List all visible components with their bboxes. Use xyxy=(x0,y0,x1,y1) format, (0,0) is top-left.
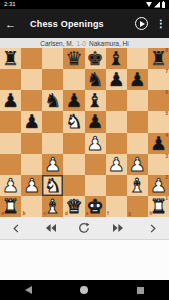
square-h4[interactable]: ♟4 xyxy=(148,133,169,154)
previous-move-button[interactable] xyxy=(0,217,34,239)
file-label-g: g xyxy=(128,212,131,217)
white-player-name: Carlsen, M. xyxy=(40,40,73,47)
square-e1[interactable]: ♚e xyxy=(85,196,106,217)
square-e7[interactable]: ♞ xyxy=(85,69,106,90)
square-c3[interactable]: ♟ xyxy=(42,154,63,175)
square-e8[interactable]: ♚ xyxy=(85,48,106,69)
piece-black-knight: ♞ xyxy=(87,70,104,89)
square-b3[interactable] xyxy=(21,154,42,175)
recents-square-icon xyxy=(137,287,144,294)
square-a3[interactable] xyxy=(0,154,21,175)
battery-icon xyxy=(162,2,165,8)
square-b6[interactable] xyxy=(21,90,42,111)
square-h8[interactable]: ♜8 xyxy=(148,48,169,69)
file-label-c: c xyxy=(44,212,47,217)
chess-board: ♜♛♚♝♜8♞♟♟7♟♞♟♝6♟♞♟5♟♟4♟♟♟3♟♟♞♝♟2♜ab♝c♛d♚… xyxy=(0,48,169,217)
square-c4[interactable] xyxy=(42,133,63,154)
square-h3[interactable]: 3 xyxy=(148,154,169,175)
square-b1[interactable]: b xyxy=(21,196,42,217)
square-g2[interactable]: ♝ xyxy=(127,175,148,196)
game-header: Carlsen, M. 1-0 Nakamura, Hi xyxy=(0,38,169,48)
square-f3[interactable]: ♟ xyxy=(106,154,127,175)
back-arrow-icon[interactable]: ← xyxy=(5,18,21,30)
status-bar: 2:31 xyxy=(0,0,169,9)
rank-label-7: 7 xyxy=(165,70,168,75)
piece-black-queen: ♛ xyxy=(65,49,82,68)
piece-black-pawn: ♟ xyxy=(129,70,146,89)
square-a7[interactable] xyxy=(0,69,21,90)
square-g5[interactable] xyxy=(127,111,148,132)
square-g7[interactable]: ♟ xyxy=(127,69,148,90)
rank-label-5: 5 xyxy=(165,112,168,117)
piece-black-rook: ♜ xyxy=(150,49,167,68)
piece-black-pawn: ♟ xyxy=(65,91,82,110)
square-d4[interactable] xyxy=(63,133,84,154)
square-c1[interactable]: ♝c xyxy=(42,196,63,217)
square-b5[interactable]: ♟ xyxy=(21,111,42,132)
phone-screen: 2:31 ← Chess Openings ⋮ Carlsen, M. 1-0 … xyxy=(0,0,169,300)
square-h1[interactable]: ♜h1 xyxy=(148,196,169,217)
square-c6[interactable]: ♞ xyxy=(42,90,63,111)
piece-black-pawn: ♟ xyxy=(87,112,104,131)
piece-black-bishop: ♝ xyxy=(87,91,104,110)
square-f7[interactable]: ♟ xyxy=(106,69,127,90)
piece-white-queen: ♛ xyxy=(65,196,82,215)
square-g4[interactable] xyxy=(127,133,148,154)
home-circle-icon xyxy=(80,286,88,294)
square-c2[interactable]: ♞ xyxy=(42,175,63,196)
rank-label-3: 3 xyxy=(165,155,168,160)
rank-label-4: 4 xyxy=(165,134,168,139)
rank-label-1: 1 xyxy=(165,197,168,202)
square-g8[interactable] xyxy=(127,48,148,69)
game-result: 1-0 xyxy=(77,40,86,47)
black-player-name: Nakamura, Hi xyxy=(89,40,129,47)
piece-white-bishop: ♝ xyxy=(44,196,61,215)
rank-label-8: 8 xyxy=(165,49,168,54)
piece-white-rook: ♜ xyxy=(150,196,167,215)
playback-controls xyxy=(0,217,169,240)
square-f5[interactable] xyxy=(106,111,127,132)
android-home-button[interactable] xyxy=(56,280,112,300)
square-a5[interactable] xyxy=(0,111,21,132)
square-c5[interactable] xyxy=(42,111,63,132)
square-f2[interactable] xyxy=(106,175,127,196)
cell-signal-icon xyxy=(154,2,160,8)
piece-black-rook: ♜ xyxy=(2,49,19,68)
wifi-icon xyxy=(146,2,152,7)
piece-white-pawn: ♟ xyxy=(129,154,146,173)
square-d6[interactable]: ♟ xyxy=(63,90,84,111)
content-area xyxy=(0,240,169,280)
overflow-menu-icon[interactable]: ⋮ xyxy=(156,18,164,29)
piece-black-bishop: ♝ xyxy=(108,49,125,68)
piece-white-pawn: ♟ xyxy=(150,175,167,194)
square-g6[interactable] xyxy=(127,90,148,111)
app-title: Chess Openings xyxy=(30,19,135,29)
square-h7[interactable]: 7 xyxy=(148,69,169,90)
rank-label-2: 2 xyxy=(165,176,168,181)
square-f8[interactable]: ♝ xyxy=(106,48,127,69)
square-h6[interactable]: 6 xyxy=(148,90,169,111)
square-d8[interactable]: ♛ xyxy=(63,48,84,69)
file-label-f: f xyxy=(107,212,109,217)
file-label-e: e xyxy=(86,212,89,217)
square-e4[interactable]: ♟ xyxy=(85,133,106,154)
file-label-a: a xyxy=(2,212,5,217)
android-nav-bar xyxy=(0,280,169,300)
piece-white-king: ♚ xyxy=(87,196,104,215)
piece-white-pawn: ♟ xyxy=(108,154,125,173)
square-a2[interactable]: ♟ xyxy=(0,175,21,196)
square-a6[interactable]: ♟ xyxy=(0,90,21,111)
square-f6[interactable] xyxy=(106,90,127,111)
fast-rewind-button[interactable] xyxy=(34,217,68,239)
piece-white-bishop: ♝ xyxy=(129,175,146,194)
square-b7[interactable] xyxy=(21,69,42,90)
file-label-h: h xyxy=(149,212,152,217)
app-bar: ← Chess Openings ⋮ xyxy=(0,9,169,38)
piece-black-king: ♚ xyxy=(87,49,104,68)
piece-white-pawn: ♟ xyxy=(44,154,61,173)
fast-forward-button[interactable] xyxy=(101,217,135,239)
piece-white-pawn: ♟ xyxy=(87,133,104,152)
play-icon xyxy=(140,21,145,27)
square-d1[interactable]: ♛d xyxy=(63,196,84,217)
piece-black-pawn: ♟ xyxy=(23,112,40,131)
square-e3[interactable] xyxy=(85,154,106,175)
android-recents-button[interactable] xyxy=(113,280,169,300)
next-move-button[interactable] xyxy=(135,217,169,239)
back-triangle-icon xyxy=(25,286,32,294)
square-b8[interactable] xyxy=(21,48,42,69)
rank-label-6: 6 xyxy=(165,91,168,96)
square-h5[interactable]: 5 xyxy=(148,111,169,132)
square-g3[interactable]: ♟ xyxy=(127,154,148,175)
piece-black-pawn: ♟ xyxy=(150,133,167,152)
piece-white-pawn: ♟ xyxy=(23,175,40,194)
square-a1[interactable]: ♜a xyxy=(0,196,21,217)
square-f4[interactable] xyxy=(106,133,127,154)
square-d7[interactable] xyxy=(63,69,84,90)
piece-black-pawn: ♟ xyxy=(108,70,125,89)
square-d5[interactable]: ♞ xyxy=(63,111,84,132)
reset-position-button[interactable] xyxy=(68,217,102,239)
autoplay-button[interactable] xyxy=(135,17,148,30)
square-a4[interactable] xyxy=(0,133,21,154)
piece-black-knight: ♞ xyxy=(44,91,61,110)
piece-white-knight: ♞ xyxy=(65,112,82,131)
piece-white-pawn: ♟ xyxy=(2,175,19,194)
square-h2[interactable]: ♟2 xyxy=(148,175,169,196)
piece-white-knight: ♞ xyxy=(44,175,61,194)
square-c8[interactable] xyxy=(42,48,63,69)
file-label-d: d xyxy=(65,212,68,217)
square-f1[interactable]: f xyxy=(106,196,127,217)
piece-black-pawn: ♟ xyxy=(2,91,19,110)
piece-white-rook: ♜ xyxy=(2,196,19,215)
square-d3[interactable] xyxy=(63,154,84,175)
square-g1[interactable]: g xyxy=(127,196,148,217)
square-e6[interactable]: ♝ xyxy=(85,90,106,111)
square-b2[interactable]: ♟ xyxy=(21,175,42,196)
square-c7[interactable] xyxy=(42,69,63,90)
file-label-b: b xyxy=(23,212,26,217)
square-a8[interactable]: ♜ xyxy=(0,48,21,69)
square-b4[interactable] xyxy=(21,133,42,154)
android-back-button[interactable] xyxy=(0,280,56,300)
square-e2[interactable] xyxy=(85,175,106,196)
square-d2[interactable] xyxy=(63,175,84,196)
clock-text: 2:31 xyxy=(4,0,16,9)
square-e5[interactable]: ♟ xyxy=(85,111,106,132)
